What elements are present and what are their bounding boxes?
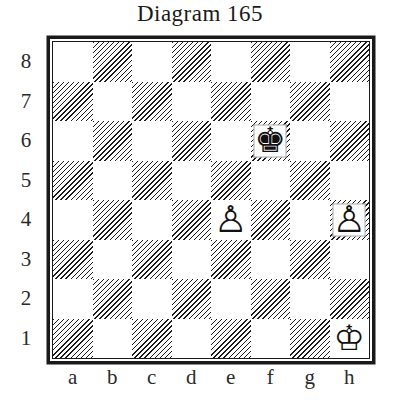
square-f4[interactable] [251,200,291,240]
square-f6[interactable]: ♚ [251,121,291,161]
rank-label-2: 2 [8,279,44,319]
board-frame: ♚♙♙♔ [47,36,375,364]
square-d3[interactable] [172,240,212,280]
diagram-title: Diagram 165 [0,1,400,27]
square-c6[interactable] [132,121,172,161]
square-f1[interactable] [251,319,291,359]
square-d1[interactable] [172,319,212,359]
square-c2[interactable] [132,279,172,319]
square-a4[interactable] [53,200,93,240]
square-g1[interactable] [290,319,330,359]
square-e2[interactable] [211,279,251,319]
file-label-c: c [132,365,172,390]
square-a7[interactable] [53,82,93,122]
square-d6[interactable] [172,121,212,161]
square-c7[interactable] [132,82,172,122]
square-c3[interactable] [132,240,172,280]
square-b2[interactable] [93,279,133,319]
square-g3[interactable] [290,240,330,280]
file-label-g: g [290,365,330,390]
square-e1[interactable] [211,319,251,359]
rank-label-6: 6 [8,121,44,161]
square-e5[interactable] [211,161,251,201]
square-f3[interactable] [251,240,291,280]
black-king-f6[interactable]: ♚ [251,121,291,161]
square-f5[interactable] [251,161,291,201]
square-h8[interactable] [330,42,370,82]
square-d7[interactable] [172,82,212,122]
square-f7[interactable] [251,82,291,122]
square-f2[interactable] [251,279,291,319]
square-e3[interactable] [211,240,251,280]
rank-labels: 87654321 [8,42,44,358]
square-c5[interactable] [132,161,172,201]
square-b3[interactable] [93,240,133,280]
square-d2[interactable] [172,279,212,319]
rank-label-7: 7 [8,82,44,122]
chess-diagram-page: Diagram 165 87654321 ♚♙♙♔ abcdefgh [0,0,400,400]
square-e8[interactable] [211,42,251,82]
square-h3[interactable] [330,240,370,280]
file-label-a: a [53,365,93,390]
rank-label-3: 3 [8,240,44,280]
square-h6[interactable] [330,121,370,161]
rank-label-8: 8 [8,42,44,82]
square-b4[interactable] [93,200,133,240]
rank-label-4: 4 [8,200,44,240]
file-label-d: d [172,365,212,390]
square-a2[interactable] [53,279,93,319]
square-e7[interactable] [211,82,251,122]
square-d4[interactable] [172,200,212,240]
white-king-h1[interactable]: ♔ [330,319,370,359]
square-h2[interactable] [330,279,370,319]
square-b6[interactable] [93,121,133,161]
chess-board: ♚♙♙♔ [52,41,370,359]
square-f8[interactable] [251,42,291,82]
square-h4[interactable]: ♙ [330,200,370,240]
square-c4[interactable] [132,200,172,240]
file-label-e: e [211,365,251,390]
square-b7[interactable] [93,82,133,122]
file-labels: abcdefgh [53,365,369,390]
square-e4[interactable]: ♙ [211,200,251,240]
file-label-h: h [330,365,370,390]
rank-label-1: 1 [8,319,44,359]
white-pawn-e4[interactable]: ♙ [211,200,251,240]
square-g7[interactable] [290,82,330,122]
file-label-b: b [93,365,133,390]
square-g6[interactable] [290,121,330,161]
square-h5[interactable] [330,161,370,201]
square-a3[interactable] [53,240,93,280]
square-a6[interactable] [53,121,93,161]
file-label-f: f [251,365,291,390]
square-d8[interactable] [172,42,212,82]
square-a8[interactable] [53,42,93,82]
square-e6[interactable] [211,121,251,161]
square-b5[interactable] [93,161,133,201]
square-a1[interactable] [53,319,93,359]
square-g2[interactable] [290,279,330,319]
square-d5[interactable] [172,161,212,201]
square-g8[interactable] [290,42,330,82]
rank-label-5: 5 [8,161,44,201]
square-b8[interactable] [93,42,133,82]
square-h7[interactable] [330,82,370,122]
square-g4[interactable] [290,200,330,240]
white-pawn-h4[interactable]: ♙ [330,200,370,240]
square-c1[interactable] [132,319,172,359]
square-b1[interactable] [93,319,133,359]
square-a5[interactable] [53,161,93,201]
square-c8[interactable] [132,42,172,82]
square-h1[interactable]: ♔ [330,319,370,359]
square-g5[interactable] [290,161,330,201]
